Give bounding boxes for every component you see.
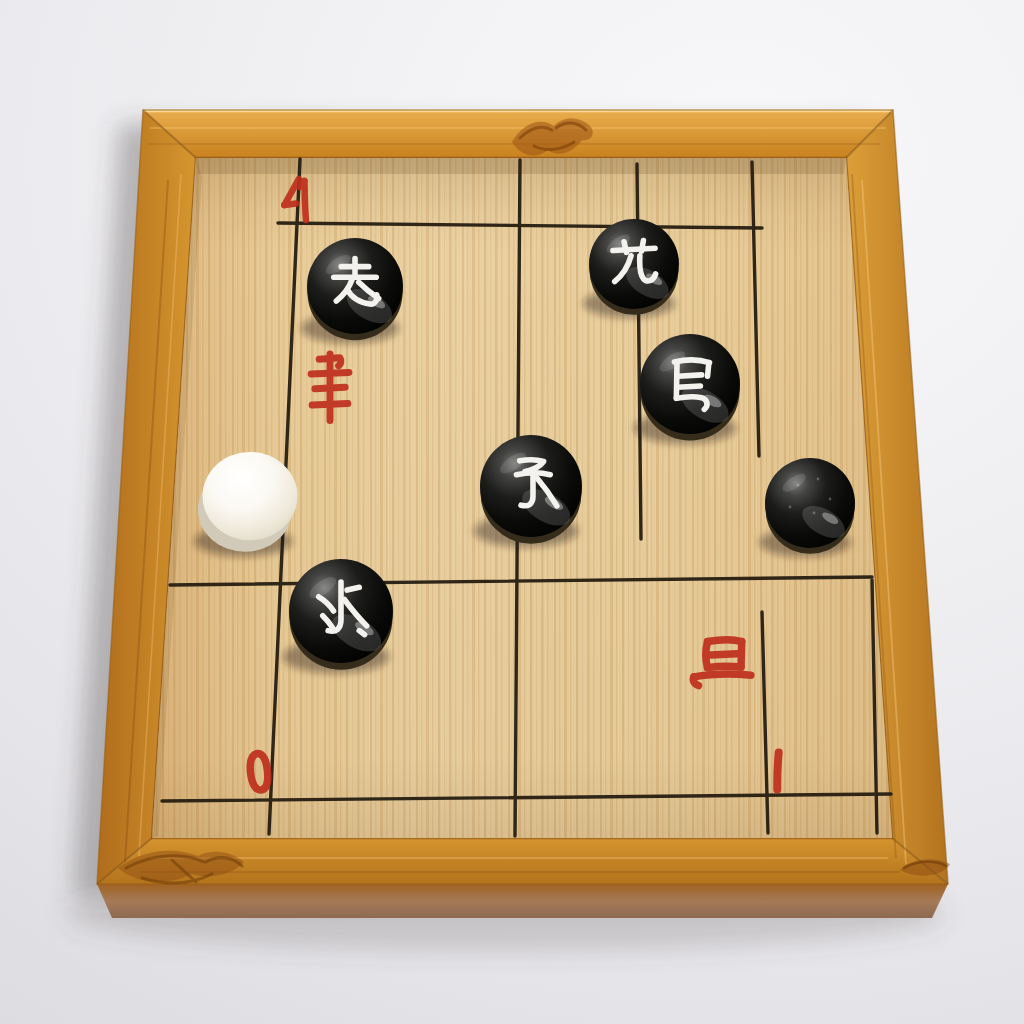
photo-scene: Overhead photo of a bamboo-framed wooden… — [0, 0, 1024, 1024]
frame-bottom-face — [97, 884, 948, 918]
board-scene: Overhead photo of a bamboo-framed wooden… — [0, 0, 1024, 1024]
red-mark-one-tick — [776, 753, 779, 790]
